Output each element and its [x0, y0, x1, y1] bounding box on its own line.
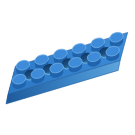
lego-plate-graphic — [0, 0, 135, 135]
product-image-canvas — [0, 0, 135, 135]
